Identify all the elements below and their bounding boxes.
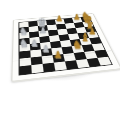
scene-3d: ♟♟♞♚♜♟♝♞♟♛♞♟♞♟♟ [0,0,120,120]
chess-piece-gold-knight[interactable]: ♞ [71,39,84,51]
chess-piece-silver-knight[interactable]: ♞ [18,26,30,37]
chess-photo-canvas: ♟♟♞♚♜♟♝♞♟♛♞♟♞♟♟ [0,0,120,120]
chess-piece-silver-knight[interactable]: ♞ [18,38,31,50]
chess-piece-gold-pawn[interactable]: ♟ [51,50,64,60]
chess-piece-gold-pawn[interactable]: ♟ [71,13,82,21]
chess-board-mat: ♟♟♞♚♜♟♝♞♟♛♞♟♞♟♟ [11,13,120,82]
chess-piece-gold-pawn[interactable]: ♟ [54,15,65,23]
chess-piece-silver-pawn[interactable]: ♟ [37,26,49,35]
